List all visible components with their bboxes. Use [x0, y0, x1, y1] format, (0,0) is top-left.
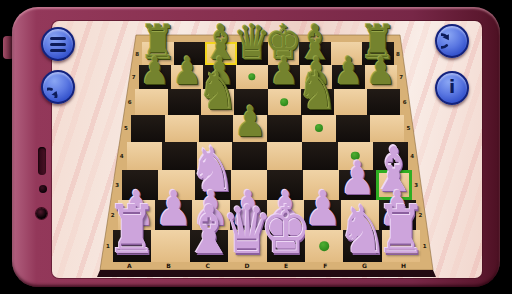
- file-label: D: [227, 262, 266, 270]
- file-label: B: [149, 262, 188, 270]
- piece-pink-king[interactable]: ♚: [260, 197, 312, 264]
- square-a1[interactable]: ♜: [113, 230, 151, 262]
- square-h7[interactable]: ♟: [365, 65, 397, 89]
- legal-move-dot[interactable]: [315, 124, 323, 132]
- rank-label-right: 5: [406, 125, 410, 131]
- legal-move-dot[interactable]: [248, 74, 255, 81]
- piece-green-pawn[interactable]: ♟: [269, 53, 298, 91]
- sensor-dot: [39, 185, 47, 193]
- file-label: H: [384, 262, 423, 270]
- square-d7[interactable]: [236, 65, 268, 89]
- square-f6[interactable]: ♞: [301, 89, 334, 115]
- rank-label-left: 8: [135, 51, 139, 57]
- square-d5[interactable]: ♟: [233, 115, 267, 142]
- file-label: E: [266, 262, 305, 270]
- undo-icon: [441, 30, 463, 52]
- square-a5[interactable]: [131, 115, 165, 142]
- phone-mockup: ♜♝♛♚♝♜88♟♟♟♟♟♟♟77♞♞66♟5544♞♟♝33♟♟♟♟♟♟♟22…: [0, 0, 512, 294]
- rank-label-left: 1: [106, 243, 110, 249]
- piece-green-pawn[interactable]: ♟: [234, 102, 267, 144]
- rotate-icon: [47, 76, 69, 98]
- square-e4[interactable]: [267, 142, 302, 170]
- speaker-grille: [38, 147, 46, 175]
- rank-label-left: 4: [120, 153, 124, 159]
- rank-label-right: 7: [399, 74, 403, 80]
- piece-green-pawn[interactable]: ♟: [366, 53, 395, 91]
- square-a7[interactable]: ♟: [139, 65, 171, 89]
- square-h1[interactable]: ♜: [382, 230, 420, 262]
- file-label: A: [110, 262, 149, 270]
- square-d8[interactable]: ♛: [237, 42, 268, 65]
- square-g5[interactable]: [336, 115, 370, 142]
- rotate-board-button[interactable]: [41, 70, 75, 104]
- legal-move-dot[interactable]: [280, 98, 288, 106]
- square-e5[interactable]: [267, 115, 301, 142]
- piece-green-knight[interactable]: ♞: [197, 63, 238, 116]
- file-label: G: [345, 262, 384, 270]
- info-button[interactable]: i: [435, 71, 469, 105]
- piece-green-pawn[interactable]: ♟: [334, 53, 363, 91]
- file-label: C: [188, 262, 227, 270]
- rank-label-left: 5: [124, 125, 128, 131]
- phone-body: ♜♝♛♚♝♜88♟♟♟♟♟♟♟77♞♞66♟5544♞♟♝33♟♟♟♟♟♟♟22…: [12, 7, 500, 287]
- piece-pink-rook[interactable]: ♜: [106, 197, 158, 264]
- piece-pink-rook[interactable]: ♜: [375, 197, 427, 264]
- undo-button[interactable]: [435, 24, 469, 58]
- chess-board: ♜♝♛♚♝♜88♟♟♟♟♟♟♟77♞♞66♟5544♞♟♝33♟♟♟♟♟♟♟22…: [52, 21, 482, 278]
- square-f4[interactable]: [302, 142, 337, 170]
- legal-move-dot[interactable]: [319, 242, 329, 252]
- rank-label-right: 1: [423, 243, 427, 249]
- square-a6[interactable]: [135, 89, 168, 115]
- square-g6[interactable]: [334, 89, 367, 115]
- rank-label-left: 6: [128, 99, 132, 105]
- info-icon: i: [449, 78, 455, 96]
- rank-label-right: 8: [396, 51, 400, 57]
- square-a4[interactable]: [127, 142, 162, 170]
- square-f5[interactable]: [302, 115, 336, 142]
- square-h6[interactable]: [367, 89, 400, 115]
- rank-label-left: 7: [132, 74, 136, 80]
- rank-label-right: 6: [403, 99, 407, 105]
- front-camera: [36, 208, 47, 219]
- square-c6[interactable]: ♞: [201, 89, 234, 115]
- square-d4[interactable]: [232, 142, 267, 170]
- file-label: F: [306, 262, 345, 270]
- app-screen: ♜♝♛♚♝♜88♟♟♟♟♟♟♟77♞♞66♟5544♞♟♝33♟♟♟♟♟♟♟22…: [52, 21, 482, 278]
- piece-green-pawn[interactable]: ♟: [140, 53, 169, 91]
- menu-icon: [50, 37, 66, 52]
- menu-button[interactable]: [41, 27, 75, 61]
- square-e1[interactable]: ♚: [267, 230, 305, 262]
- square-e7[interactable]: ♟: [268, 65, 300, 89]
- piece-green-knight[interactable]: ♞: [297, 63, 338, 116]
